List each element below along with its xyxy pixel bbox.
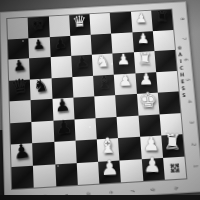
square-r1c2: ♚ (28, 17, 49, 38)
piece-black-pawn: ♟ (53, 36, 67, 51)
square-r7c4 (75, 139, 98, 162)
square-r1c8: ♜ (151, 10, 173, 31)
square-r6c4 (74, 118, 97, 141)
piece-white-bishop: ♝ (98, 136, 118, 158)
square-r8c2 (33, 164, 56, 188)
rank-label: 4 (187, 100, 193, 103)
rank-label: 8 (179, 17, 185, 20)
square-r6c2 (32, 120, 54, 143)
piece-white-pawn: ♟ (137, 32, 150, 46)
rank-label: 1 (193, 165, 199, 168)
square-r4c2: ♞ (30, 78, 52, 100)
square-r8c6 (120, 159, 143, 183)
piece-black-pawn: ♟ (32, 37, 46, 52)
square-r3c8 (154, 50, 177, 72)
rank-label: 3 (189, 121, 195, 124)
piece-white-pawn: ♟ (118, 73, 133, 89)
square-r1c3 (48, 15, 70, 36)
square-r1c4: ♛ (69, 14, 91, 35)
file-label: f (130, 189, 136, 191)
square-r4c1: ♛ (9, 79, 31, 101)
square-r8c7: ♟ (141, 157, 164, 181)
file-label: g (151, 187, 157, 191)
chess-board-photo: ♚♛♟♜♟♟♟♟♟♞♟♜♛♞♝♟♟♟♚♟♟♝♟♜♟♟✥ abcdefgh 876… (0, 0, 200, 200)
square-r2c8 (153, 30, 175, 52)
rank-label: 7 (181, 37, 187, 40)
square-r7c6 (118, 137, 141, 160)
piece-white-pawn: ♟ (117, 53, 131, 68)
piece-black-rook: ♜ (155, 10, 168, 24)
square-r8c4 (76, 161, 99, 185)
piece-white-rook: ♜ (163, 132, 182, 154)
square-r5c7: ♚ (136, 93, 159, 116)
file-label: h (173, 186, 179, 190)
square-r7c3 (54, 141, 77, 164)
board-grid: ♚♛♟♜♟♟♟♟♟♞♟♜♛♞♝♟♟♟♚♟♟♝♟♜♟♟✥ (7, 10, 186, 189)
square-r3c3 (50, 56, 72, 78)
square-r8c5: ♟ (98, 160, 121, 184)
piece-white-pawn: ♟ (135, 12, 147, 25)
square-r7c1: ♟ (11, 143, 33, 166)
piece-white-queen: ♛ (72, 14, 87, 30)
piece-white-knight: ♞ (95, 53, 111, 70)
piece-white-pawn: ♟ (100, 158, 119, 179)
square-r5c4 (73, 96, 95, 119)
rank-label: 2 (191, 143, 197, 146)
square-r4c8 (156, 70, 179, 92)
piece-black-queen: ♛ (10, 76, 30, 98)
square-r4c6: ♟ (114, 73, 136, 95)
square-r5c5 (94, 95, 117, 118)
piece-black-pawn: ♟ (75, 55, 89, 71)
piece-black-knight: ♞ (32, 76, 50, 95)
square-r6c3: ♟ (53, 119, 75, 142)
square-r1c5 (89, 13, 111, 34)
square-r4c5: ♝ (93, 74, 115, 96)
piece-black-pawn: ♟ (11, 58, 26, 75)
square-r3c4: ♟ (71, 55, 93, 77)
board: ♚♛♟♜♟♟♟♟♟♞♟♜♛♞♝♟♟♟♚♟♟♝♟♜♟♟✥ abcdefgh 876… (0, 1, 200, 200)
square-r7c8: ♜ (161, 134, 184, 157)
square-r5c6 (115, 94, 138, 117)
rank-label: 5 (185, 79, 191, 82)
table-edge-bottom (0, 195, 200, 200)
square-r5c2 (31, 99, 53, 122)
square-r2c2: ♟ (29, 37, 51, 59)
square-r1c1 (7, 18, 28, 39)
square-r2c3: ♟ (49, 35, 71, 57)
piece-white-pawn: ♟ (142, 134, 159, 153)
piece-black-pawn: ♟ (55, 118, 73, 138)
square-r5c8 (158, 91, 181, 114)
piece-white-pawn: ♟ (139, 72, 153, 88)
file-label: e (108, 190, 114, 194)
piece-black-bishop: ♝ (96, 73, 113, 91)
square-r7c2 (32, 142, 54, 165)
rank-label: 6 (183, 58, 189, 61)
square-r8c3 (55, 163, 78, 187)
piece-black-pawn: ♟ (55, 97, 72, 115)
square-r1c6 (110, 12, 132, 33)
piece-white-rook: ♜ (137, 51, 152, 67)
piece-black-pawn: ♟ (12, 141, 32, 163)
square-r4c4 (72, 75, 94, 97)
piece-white-king: ♚ (138, 91, 157, 112)
piece-white-pawn: ♟ (144, 156, 162, 177)
square-r8c1 (11, 165, 33, 189)
square-r5c1 (10, 100, 32, 123)
piece-black-king: ♚ (30, 16, 46, 33)
square-r8c8: ✥ (163, 156, 186, 180)
square-r1c7: ♟ (130, 11, 152, 32)
square-r6c6 (117, 115, 140, 138)
